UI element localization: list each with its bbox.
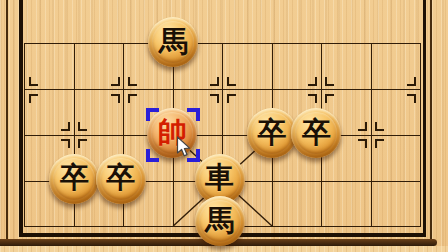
point-marker-bracket xyxy=(78,122,87,131)
point-marker-bracket xyxy=(375,139,384,148)
point-marker-bracket xyxy=(29,94,38,103)
point-marker-bracket xyxy=(407,77,416,86)
point-marker-bracket xyxy=(61,139,70,148)
point-marker-bracket xyxy=(227,77,236,86)
piece-black-soldier-f7[interactable]: 卒 xyxy=(247,108,297,158)
piece-glyph: 卒 xyxy=(258,118,287,149)
point-marker-bracket xyxy=(325,94,334,103)
piece-glyph: 卒 xyxy=(106,163,135,194)
point-marker-bracket xyxy=(78,139,87,148)
table-wood-below-board xyxy=(0,246,448,252)
board-frame-left xyxy=(19,0,23,236)
point-marker-bracket xyxy=(358,122,367,131)
point-marker-bracket xyxy=(111,77,120,86)
piece-black-soldier-c8[interactable]: 卒 xyxy=(96,154,146,204)
point-marker-bracket xyxy=(210,94,219,103)
piece-glyph: 馬 xyxy=(159,27,188,58)
piece-black-horse-d5[interactable]: 馬 xyxy=(148,17,198,67)
piece-red-general-d7[interactable]: 帥 xyxy=(147,108,197,158)
point-marker-bracket xyxy=(358,139,367,148)
point-marker-bracket xyxy=(128,94,137,103)
board-cell[interactable] xyxy=(322,182,372,228)
xiangqi-board: 馬帥卒卒卒卒車馬 xyxy=(0,0,448,252)
point-marker-bracket xyxy=(210,77,219,86)
piece-glyph: 卒 xyxy=(60,163,89,194)
point-marker-bracket xyxy=(29,77,38,86)
piece-black-soldier-b8[interactable]: 卒 xyxy=(49,154,99,204)
point-marker-bracket xyxy=(308,94,317,103)
piece-black-horse-e9[interactable]: 馬 xyxy=(195,196,245,246)
piece-glyph: 車 xyxy=(205,163,234,194)
board-frame-right xyxy=(423,0,427,236)
point-marker-bracket xyxy=(227,94,236,103)
board-outer-border-left xyxy=(6,0,8,240)
point-marker-bracket xyxy=(375,122,384,131)
piece-glyph: 卒 xyxy=(302,118,331,149)
piece-glyph: 帥 xyxy=(158,118,187,149)
board-cell[interactable] xyxy=(372,182,422,228)
piece-glyph: 馬 xyxy=(205,206,234,237)
point-marker-bracket xyxy=(111,94,120,103)
point-marker-bracket xyxy=(308,77,317,86)
point-marker-bracket xyxy=(407,94,416,103)
point-marker-bracket xyxy=(128,77,137,86)
point-marker-bracket xyxy=(61,122,70,131)
board-cell[interactable] xyxy=(273,182,323,228)
board-outer-border-right xyxy=(430,0,432,240)
point-marker-bracket xyxy=(325,77,334,86)
